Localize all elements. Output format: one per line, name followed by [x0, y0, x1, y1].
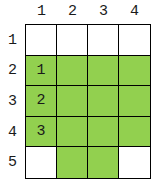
cell-r3-c4[interactable]	[119, 86, 150, 117]
cell-r2-c3[interactable]	[88, 56, 119, 87]
cell-r1-c3[interactable]	[88, 25, 119, 56]
column-labels: 1234	[26, 0, 150, 24]
cell-r1-c1[interactable]	[26, 25, 57, 56]
cell-r3-c2[interactable]	[57, 86, 88, 117]
row-label-5: 5	[0, 147, 25, 178]
column-label-4: 4	[119, 0, 150, 24]
column-label-2: 2	[57, 0, 88, 24]
column-label-3: 3	[88, 0, 119, 24]
cell-r5-c1[interactable]	[26, 147, 57, 178]
row-label-4: 4	[0, 117, 25, 148]
cell-r4-c4[interactable]	[119, 117, 150, 148]
row-label-3: 3	[0, 86, 25, 117]
cell-r2-c2[interactable]	[57, 56, 88, 87]
cell-r4-c2[interactable]	[57, 117, 88, 148]
column-label-1: 1	[26, 0, 57, 24]
cell-r4-c1[interactable]: 3	[26, 117, 57, 148]
puzzle-grid: 123	[25, 24, 151, 179]
cell-r5-c4[interactable]	[119, 147, 150, 178]
cell-r2-c1[interactable]: 1	[26, 56, 57, 87]
cell-r1-c2[interactable]	[57, 25, 88, 56]
puzzle-diagram: 1234 12345 123	[0, 0, 156, 186]
cell-r4-c3[interactable]	[88, 117, 119, 148]
cell-r1-c4[interactable]	[119, 25, 150, 56]
cell-r5-c2[interactable]	[57, 147, 88, 178]
cell-r3-c1[interactable]: 2	[26, 86, 57, 117]
row-label-1: 1	[0, 25, 25, 56]
cell-r3-c3[interactable]	[88, 86, 119, 117]
row-labels: 12345	[0, 25, 25, 178]
cell-r5-c3[interactable]	[88, 147, 119, 178]
cell-r2-c4[interactable]	[119, 56, 150, 87]
row-label-2: 2	[0, 56, 25, 87]
